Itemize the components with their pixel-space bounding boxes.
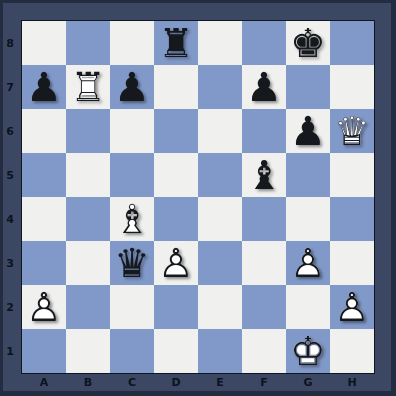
chess-diagram: 87654321 ABCDEFGH ♜♚♟♜♖♟♟♟♛♕♝♝♗♛♟♙♟♙♟♙♟♙… <box>0 0 396 396</box>
square-g6[interactable]: ♟ <box>286 109 330 153</box>
board: ♜♚♟♜♖♟♟♟♛♕♝♝♗♛♟♙♟♙♟♙♟♙♚♔ <box>21 20 375 374</box>
white-bishop[interactable]: ♝♗ <box>110 197 154 241</box>
white-queen[interactable]: ♛♕ <box>330 109 374 153</box>
rank-labels: 87654321 <box>0 21 20 373</box>
rank-label-7: 7 <box>0 65 20 109</box>
square-c3[interactable]: ♛ <box>110 241 154 285</box>
square-g8[interactable]: ♚ <box>286 21 330 65</box>
square-b7[interactable]: ♜♖ <box>66 65 110 109</box>
square-b6[interactable] <box>66 109 110 153</box>
square-c1[interactable] <box>110 329 154 373</box>
white-pawn[interactable]: ♟♙ <box>22 285 66 329</box>
square-a5[interactable] <box>22 153 66 197</box>
square-h6[interactable]: ♛♕ <box>330 109 374 153</box>
black-bishop[interactable]: ♝ <box>242 153 286 197</box>
square-h5[interactable] <box>330 153 374 197</box>
square-e2[interactable] <box>198 285 242 329</box>
square-d3[interactable]: ♟♙ <box>154 241 198 285</box>
white-rook[interactable]: ♜♖ <box>66 65 110 109</box>
square-d4[interactable] <box>154 197 198 241</box>
black-pawn[interactable]: ♟ <box>110 65 154 109</box>
white-pawn[interactable]: ♟♙ <box>154 241 198 285</box>
square-d6[interactable] <box>154 109 198 153</box>
square-g2[interactable] <box>286 285 330 329</box>
square-f1[interactable] <box>242 329 286 373</box>
square-a4[interactable] <box>22 197 66 241</box>
file-label-f: F <box>242 372 286 393</box>
square-b4[interactable] <box>66 197 110 241</box>
square-a6[interactable] <box>22 109 66 153</box>
square-b1[interactable] <box>66 329 110 373</box>
rank-label-4: 4 <box>0 197 20 241</box>
square-e5[interactable] <box>198 153 242 197</box>
file-label-d: D <box>154 372 198 393</box>
square-c7[interactable]: ♟ <box>110 65 154 109</box>
square-d8[interactable]: ♜ <box>154 21 198 65</box>
file-labels: ABCDEFGH <box>22 372 374 393</box>
square-a3[interactable] <box>22 241 66 285</box>
square-a1[interactable] <box>22 329 66 373</box>
file-label-a: A <box>22 372 66 393</box>
square-d2[interactable] <box>154 285 198 329</box>
square-e8[interactable] <box>198 21 242 65</box>
rank-label-3: 3 <box>0 241 20 285</box>
square-b2[interactable] <box>66 285 110 329</box>
square-c8[interactable] <box>110 21 154 65</box>
square-e6[interactable] <box>198 109 242 153</box>
rank-label-5: 5 <box>0 153 20 197</box>
white-pawn[interactable]: ♟♙ <box>286 241 330 285</box>
square-b3[interactable] <box>66 241 110 285</box>
file-label-c: C <box>110 372 154 393</box>
rank-label-8: 8 <box>0 21 20 65</box>
square-e1[interactable] <box>198 329 242 373</box>
square-b5[interactable] <box>66 153 110 197</box>
square-g3[interactable]: ♟♙ <box>286 241 330 285</box>
square-e7[interactable] <box>198 65 242 109</box>
rank-label-2: 2 <box>0 285 20 329</box>
square-g1[interactable]: ♚♔ <box>286 329 330 373</box>
square-c5[interactable] <box>110 153 154 197</box>
square-a2[interactable]: ♟♙ <box>22 285 66 329</box>
black-rook[interactable]: ♜ <box>154 21 198 65</box>
square-c2[interactable] <box>110 285 154 329</box>
square-h1[interactable] <box>330 329 374 373</box>
square-f3[interactable] <box>242 241 286 285</box>
white-pawn[interactable]: ♟♙ <box>330 285 374 329</box>
square-h3[interactable] <box>330 241 374 285</box>
square-f2[interactable] <box>242 285 286 329</box>
square-d1[interactable] <box>154 329 198 373</box>
square-g7[interactable] <box>286 65 330 109</box>
square-f4[interactable] <box>242 197 286 241</box>
black-queen[interactable]: ♛ <box>110 241 154 285</box>
square-d7[interactable] <box>154 65 198 109</box>
black-king[interactable]: ♚ <box>286 21 330 65</box>
file-label-g: G <box>286 372 330 393</box>
file-label-b: B <box>66 372 110 393</box>
square-f8[interactable] <box>242 21 286 65</box>
square-c4[interactable]: ♝♗ <box>110 197 154 241</box>
rank-label-1: 1 <box>0 329 20 373</box>
square-b8[interactable] <box>66 21 110 65</box>
square-f7[interactable]: ♟ <box>242 65 286 109</box>
white-king[interactable]: ♚♔ <box>286 329 330 373</box>
file-label-e: E <box>198 372 242 393</box>
square-g5[interactable] <box>286 153 330 197</box>
black-pawn[interactable]: ♟ <box>242 65 286 109</box>
square-c6[interactable] <box>110 109 154 153</box>
black-pawn[interactable]: ♟ <box>22 65 66 109</box>
square-a7[interactable]: ♟ <box>22 65 66 109</box>
black-pawn[interactable]: ♟ <box>286 109 330 153</box>
rank-label-6: 6 <box>0 109 20 153</box>
square-f6[interactable] <box>242 109 286 153</box>
square-e4[interactable] <box>198 197 242 241</box>
file-label-h: H <box>330 372 374 393</box>
square-h4[interactable] <box>330 197 374 241</box>
square-f5[interactable]: ♝ <box>242 153 286 197</box>
square-h8[interactable] <box>330 21 374 65</box>
square-h2[interactable]: ♟♙ <box>330 285 374 329</box>
square-d5[interactable] <box>154 153 198 197</box>
square-a8[interactable] <box>22 21 66 65</box>
square-e3[interactable] <box>198 241 242 285</box>
square-h7[interactable] <box>330 65 374 109</box>
square-g4[interactable] <box>286 197 330 241</box>
